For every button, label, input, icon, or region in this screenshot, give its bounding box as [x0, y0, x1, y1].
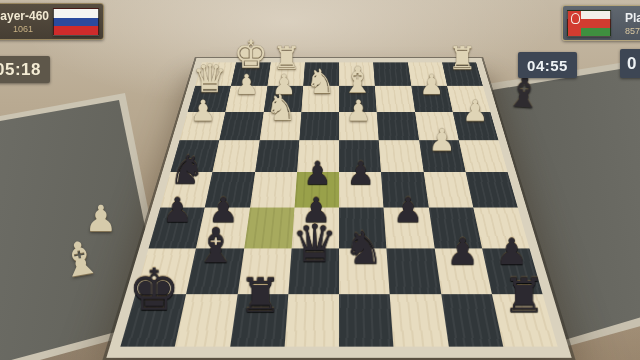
oman-flag-icon [567, 10, 611, 37]
piece-white-n-e2[interactable]: ♞ [302, 64, 339, 98]
piece-black-r-a8[interactable]: ♜ [497, 272, 550, 319]
piece-black-n-h5[interactable]: ♞ [165, 149, 208, 189]
cell-d7: ♞ [339, 248, 390, 294]
piece-white-n-f3[interactable]: ♞ [261, 90, 300, 126]
cell-b7: ♟ [434, 248, 491, 294]
cell-d3: ♟ [339, 112, 379, 141]
player-left-plate: Player-460 1061 [0, 3, 104, 40]
cell-a8: ♜ [492, 294, 558, 347]
piece-white-p-h3[interactable]: ♟ [184, 96, 223, 125]
cell-f3: ♞ [259, 112, 301, 141]
cell-h3: ♟ [180, 112, 226, 141]
chess-board[interactable]: ♜♜♚♟♟♞♛♝♟♟♟♟♟♟♞♟♟♟♞♟♟♝♞♟♟♛♜♜♚ [106, 58, 571, 358]
cell-d5: ♟ [339, 172, 384, 208]
player-right-clock: 04:55 [518, 52, 577, 78]
cell-c6: ♟ [384, 208, 434, 248]
piece-black-p-c6[interactable]: ♟ [385, 193, 431, 227]
piece-white-p-b4[interactable]: ♟ [421, 125, 462, 155]
piece-white-p-a3[interactable]: ♟ [456, 96, 495, 125]
captured-white-bishop: ♝ [56, 233, 105, 285]
player-left-clock: 05:18 [0, 56, 50, 83]
player-left-rating: 1061 [0, 24, 49, 34]
piece-black-p-b7[interactable]: ♟ [438, 234, 487, 271]
cell-f8: ♜ [230, 294, 288, 347]
cell-h8: ♚ [120, 294, 186, 347]
piece-black-b-g7[interactable]: ♝ [191, 222, 240, 270]
piece-black-n-d7[interactable]: ♞ [339, 225, 388, 270]
piece-black-q-e7[interactable]: ♛ [290, 218, 339, 270]
piece-white-q-h2[interactable]: ♛ [191, 59, 228, 98]
russia-flag-icon [53, 8, 99, 36]
piece-white-p-g2[interactable]: ♟ [228, 71, 265, 98]
piece-black-k-h8[interactable]: ♚ [128, 262, 181, 320]
player-right-secondary-clock: 0 [620, 49, 640, 78]
piece-black-p-a7[interactable]: ♟ [487, 234, 536, 271]
cell-e7: ♛ [288, 248, 339, 294]
piece-black-r-f8[interactable]: ♜ [233, 272, 286, 319]
cell-b2: ♟ [411, 86, 453, 112]
piece-white-p-d3[interactable]: ♟ [339, 96, 378, 125]
player-right-rating: 857 [625, 26, 640, 36]
piece-black-p-e5[interactable]: ♟ [296, 157, 339, 189]
player-right-plate: Pla 857 [562, 5, 640, 41]
cell-b4: ♟ [419, 140, 466, 172]
piece-white-p-b2[interactable]: ♟ [413, 71, 450, 98]
piece-black-p-d5[interactable]: ♟ [339, 157, 382, 189]
cell-e2: ♞ [301, 86, 339, 112]
player-right-name: Pla [625, 11, 640, 25]
piece-white-b-d2[interactable]: ♝ [339, 62, 376, 98]
piece-white-r-a1[interactable]: ♜ [444, 42, 479, 74]
player-left-name: Player-460 [0, 9, 49, 23]
